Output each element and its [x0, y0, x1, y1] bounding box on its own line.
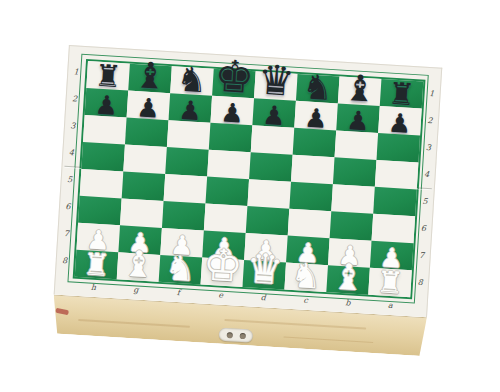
square-b5	[331, 184, 375, 214]
square-e3	[209, 123, 253, 153]
square-f7: ♟	[160, 228, 204, 258]
square-a7: ♟	[370, 241, 414, 271]
square-a3	[376, 133, 420, 163]
square-d3	[251, 125, 295, 155]
coordinate-label: f	[156, 287, 199, 304]
square-a4	[375, 160, 419, 190]
coordinate-label: 6	[418, 215, 430, 243]
square-c3	[293, 128, 337, 158]
square-e4	[207, 150, 251, 180]
square-h1: ♜	[86, 61, 130, 91]
square-f2: ♟	[169, 93, 213, 123]
square-h7: ♟	[76, 223, 120, 253]
square-g7: ♟	[118, 225, 162, 255]
square-c6	[288, 209, 332, 239]
board-scene: 12345678 12345678 hgfedcba ♜♝♞♚♛♞♝♜♟♟♟♟♟…	[51, 45, 442, 356]
coordinate-label: 4	[66, 139, 78, 167]
square-d5	[247, 179, 291, 209]
clasp-screw-icon	[239, 332, 245, 338]
square-f8: ♞	[159, 255, 203, 285]
coordinate-label: 5	[419, 188, 431, 216]
wood-red-mark	[55, 308, 69, 315]
square-d7: ♟	[244, 233, 288, 263]
coordinate-label: 5	[64, 166, 76, 194]
square-c2: ♟	[294, 101, 338, 131]
black-knight-c1: ♞	[302, 69, 335, 105]
black-knight-f1: ♞	[176, 62, 209, 98]
square-b7: ♟	[328, 238, 372, 268]
black-rook-h1: ♜	[94, 61, 123, 93]
square-a6	[372, 214, 416, 244]
square-b8: ♝	[326, 265, 370, 295]
coordinate-label: 4	[421, 161, 433, 189]
clasp-screw-icon	[226, 332, 232, 338]
square-a5	[373, 187, 417, 217]
coordinate-label: d	[241, 292, 284, 309]
coordinate-label: 7	[416, 242, 428, 270]
black-rook-a1: ♜	[387, 79, 416, 111]
black-queen-d1: ♛	[257, 60, 296, 103]
coordinate-label: 1	[426, 80, 438, 108]
square-g5	[122, 171, 166, 201]
square-b3	[335, 130, 379, 160]
square-a8: ♜	[368, 268, 412, 298]
coordinate-label: 3	[423, 134, 435, 162]
square-g2: ♟	[127, 91, 171, 121]
square-e2: ♟	[210, 96, 254, 126]
coordinate-label: 8	[59, 247, 71, 275]
square-f6	[162, 201, 206, 231]
board-surface: 12345678 12345678 hgfedcba ♜♝♞♚♛♞♝♜♟♟♟♟♟…	[54, 45, 443, 317]
square-d2: ♟	[252, 98, 296, 128]
square-e8: ♚	[201, 257, 245, 287]
square-c1: ♞	[296, 74, 340, 104]
coordinate-label: 1	[70, 58, 82, 86]
coordinate-label: b	[326, 297, 369, 314]
coordinate-label: h	[72, 282, 115, 299]
square-e5	[206, 177, 250, 207]
black-bishop-g1: ♝	[133, 57, 167, 95]
wood-grain-streak	[78, 319, 190, 328]
coordinate-label: 2	[69, 85, 81, 113]
checkerboard: ♜♝♞♚♛♞♝♜♟♟♟♟♟♟♟♟♟♟♟♟♟♟♟♟♜♝♞♚♛♞♝♜	[73, 59, 426, 299]
square-c7: ♟	[286, 236, 330, 266]
square-a2: ♟	[378, 106, 422, 136]
square-e7: ♟	[202, 230, 246, 260]
square-e6	[204, 204, 248, 234]
square-g8: ♝	[117, 252, 161, 282]
square-f1: ♞	[170, 66, 214, 96]
white-rook-h8: ♜	[82, 249, 111, 281]
square-h4	[81, 142, 125, 172]
square-h6	[78, 196, 122, 226]
square-d8: ♛	[242, 260, 286, 290]
black-bishop-b1: ♝	[343, 70, 377, 108]
square-b1: ♝	[338, 76, 382, 106]
black-king-e1: ♚	[213, 54, 255, 100]
square-f3	[167, 120, 211, 150]
square-f5	[164, 174, 208, 204]
box-clasp	[218, 328, 253, 343]
coordinate-label: 3	[67, 112, 79, 140]
square-g3	[125, 118, 169, 148]
coordinate-label: 7	[61, 220, 73, 248]
square-d4	[249, 152, 293, 182]
square-h2: ♟	[85, 88, 129, 118]
square-b6	[330, 211, 374, 241]
square-g1: ♝	[128, 64, 172, 94]
square-d6	[246, 206, 290, 236]
chess-set-photo: 12345678 12345678 hgfedcba ♜♝♞♚♛♞♝♜♟♟♟♟♟…	[0, 0, 500, 392]
coordinate-label: 8	[414, 269, 426, 297]
square-g4	[123, 145, 167, 175]
coordinate-label: g	[114, 284, 157, 301]
square-b4	[333, 157, 377, 187]
coordinate-label: c	[284, 295, 327, 312]
square-c8: ♞	[284, 263, 328, 293]
square-f4	[165, 147, 209, 177]
square-h3	[83, 115, 127, 145]
square-g6	[120, 198, 164, 228]
wood-grain-streak	[224, 319, 366, 330]
square-d1: ♛	[254, 71, 298, 101]
square-b2: ♟	[336, 103, 380, 133]
wood-grain-streak	[283, 336, 373, 342]
square-a1: ♜	[380, 79, 424, 109]
square-e1: ♚	[212, 69, 256, 99]
white-rook-a8: ♜	[376, 267, 405, 299]
square-c5	[289, 182, 333, 212]
square-h8: ♜	[75, 250, 119, 280]
square-h5	[80, 169, 124, 199]
coordinate-label: 6	[62, 193, 74, 221]
coordinate-label: 2	[424, 107, 436, 135]
coordinate-label: a	[369, 300, 412, 317]
coordinate-label: e	[199, 289, 242, 306]
square-c4	[291, 155, 335, 185]
